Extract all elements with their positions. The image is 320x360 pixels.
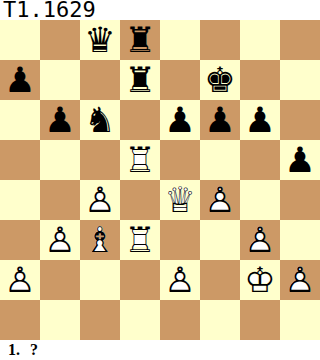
white-pawn: ♙: [200, 180, 240, 220]
square-b5[interactable]: [40, 140, 80, 180]
square-d3[interactable]: ♜♖: [120, 220, 160, 260]
square-e5[interactable]: [160, 140, 200, 180]
white-pawn-fill: ♟: [200, 180, 240, 220]
square-d8[interactable]: ♜: [120, 20, 160, 60]
square-h5[interactable]: ♟: [280, 140, 320, 180]
white-rook-fill: ♜: [120, 140, 160, 180]
white-pawn: ♙: [0, 260, 40, 300]
white-pawn-fill: ♟: [0, 260, 40, 300]
white-queen: ♕: [160, 180, 200, 220]
white-pawn-fill: ♟: [80, 180, 120, 220]
white-king-fill: ♚: [240, 260, 280, 300]
square-e4[interactable]: ♛♕: [160, 180, 200, 220]
square-a5[interactable]: [0, 140, 40, 180]
white-rook: ♖: [120, 140, 160, 180]
black-queen: ♛: [80, 20, 120, 60]
square-g6[interactable]: ♟: [240, 100, 280, 140]
square-c2[interactable]: [80, 260, 120, 300]
square-a7[interactable]: ♟: [0, 60, 40, 100]
square-c3[interactable]: ♝♗: [80, 220, 120, 260]
square-c6[interactable]: ♞: [80, 100, 120, 140]
square-d4[interactable]: [120, 180, 160, 220]
square-h6[interactable]: [280, 100, 320, 140]
square-d2[interactable]: [120, 260, 160, 300]
square-b1[interactable]: [40, 300, 80, 340]
square-g8[interactable]: [240, 20, 280, 60]
square-b4[interactable]: [40, 180, 80, 220]
white-pawn: ♙: [80, 180, 120, 220]
square-c7[interactable]: [80, 60, 120, 100]
square-f3[interactable]: [200, 220, 240, 260]
square-g1[interactable]: [240, 300, 280, 340]
white-rook: ♖: [120, 220, 160, 260]
square-f6[interactable]: ♟: [200, 100, 240, 140]
white-pawn: ♙: [240, 220, 280, 260]
black-pawn: ♟: [200, 100, 240, 140]
black-pawn: ♟: [160, 100, 200, 140]
black-pawn: ♟: [280, 140, 320, 180]
square-d5[interactable]: ♜♖: [120, 140, 160, 180]
white-bishop-fill: ♝: [80, 220, 120, 260]
square-d1[interactable]: [120, 300, 160, 340]
black-pawn: ♟: [240, 100, 280, 140]
white-rook-fill: ♜: [120, 220, 160, 260]
black-rook: ♜: [120, 20, 160, 60]
black-pawn: ♟: [40, 100, 80, 140]
square-e3[interactable]: [160, 220, 200, 260]
square-e6[interactable]: ♟: [160, 100, 200, 140]
white-pawn-fill: ♟: [280, 260, 320, 300]
square-e7[interactable]: [160, 60, 200, 100]
square-g2[interactable]: ♚♔: [240, 260, 280, 300]
square-a4[interactable]: [0, 180, 40, 220]
square-c4[interactable]: ♟♙: [80, 180, 120, 220]
square-h8[interactable]: [280, 20, 320, 60]
white-queen-fill: ♛: [160, 180, 200, 220]
square-h2[interactable]: ♟♙: [280, 260, 320, 300]
square-h7[interactable]: [280, 60, 320, 100]
square-g4[interactable]: [240, 180, 280, 220]
square-b3[interactable]: ♟♙: [40, 220, 80, 260]
square-a1[interactable]: [0, 300, 40, 340]
square-c5[interactable]: [80, 140, 120, 180]
white-pawn: ♙: [160, 260, 200, 300]
square-e8[interactable]: [160, 20, 200, 60]
black-rook: ♜: [120, 60, 160, 100]
square-d7[interactable]: ♜: [120, 60, 160, 100]
white-pawn-fill: ♟: [240, 220, 280, 260]
square-b2[interactable]: [40, 260, 80, 300]
square-f7[interactable]: ♚: [200, 60, 240, 100]
white-pawn-fill: ♟: [160, 260, 200, 300]
square-f1[interactable]: [200, 300, 240, 340]
square-h1[interactable]: [280, 300, 320, 340]
white-pawn-fill: ♟: [40, 220, 80, 260]
square-f2[interactable]: [200, 260, 240, 300]
square-a8[interactable]: [0, 20, 40, 60]
white-pawn: ♙: [280, 260, 320, 300]
diagram-title: T1.1629: [0, 0, 320, 20]
black-knight: ♞: [80, 100, 120, 140]
square-d6[interactable]: [120, 100, 160, 140]
square-a2[interactable]: ♟♙: [0, 260, 40, 300]
square-a6[interactable]: [0, 100, 40, 140]
white-bishop: ♗: [80, 220, 120, 260]
black-king: ♚: [200, 60, 240, 100]
square-g7[interactable]: [240, 60, 280, 100]
square-c8[interactable]: ♛: [80, 20, 120, 60]
square-c1[interactable]: [80, 300, 120, 340]
square-a3[interactable]: [0, 220, 40, 260]
white-king: ♔: [240, 260, 280, 300]
square-g5[interactable]: [240, 140, 280, 180]
square-f8[interactable]: [200, 20, 240, 60]
black-pawn: ♟: [0, 60, 40, 100]
chess-board: ♛♜♟♜♚♟♞♟♟♟♜♖♟♟♙♛♕♟♙♟♙♝♗♜♖♟♙♟♙♟♙♚♔♟♙: [0, 20, 320, 340]
square-h4[interactable]: [280, 180, 320, 220]
square-e1[interactable]: [160, 300, 200, 340]
square-f5[interactable]: [200, 140, 240, 180]
square-h3[interactable]: [280, 220, 320, 260]
square-b7[interactable]: [40, 60, 80, 100]
square-g3[interactable]: ♟♙: [240, 220, 280, 260]
square-f4[interactable]: ♟♙: [200, 180, 240, 220]
white-pawn: ♙: [40, 220, 80, 260]
square-b8[interactable]: [40, 20, 80, 60]
move-prompt: 1. ?: [0, 340, 320, 360]
square-b6[interactable]: ♟: [40, 100, 80, 140]
square-e2[interactable]: ♟♙: [160, 260, 200, 300]
